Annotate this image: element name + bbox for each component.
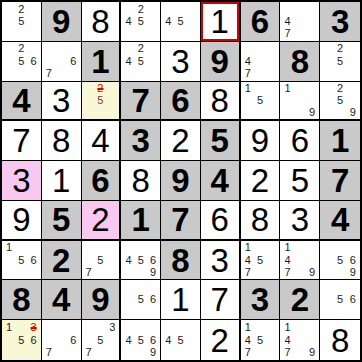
empty-candidate-slot [254, 55, 266, 67]
candidate-6: 6 [28, 334, 40, 347]
empty-candidate-slot [162, 321, 174, 334]
empty-candidate-slot [83, 321, 95, 334]
empty-candidate-slot [83, 242, 95, 254]
empty-candidate-slot [266, 254, 278, 266]
cell-r6c3[interactable]: 2 [82, 201, 122, 241]
cell-r2c6[interactable]: 9 [201, 42, 241, 82]
candidate-9: 9 [147, 266, 159, 278]
empty-candidate-slot [147, 321, 159, 334]
empty-candidate-slot [106, 266, 118, 278]
empty-candidate-slot [266, 94, 278, 106]
candidate-5: 5 [334, 55, 347, 67]
candidates-grid: 56 [121, 280, 160, 319]
empty-candidate-slot [346, 94, 359, 106]
empty-candidate-slot [106, 254, 118, 266]
solved-digit: 1 [171, 283, 189, 316]
candidates-grid: 4569 [121, 241, 160, 280]
cell-r3c4[interactable]: 7 [121, 82, 161, 122]
empty-candidate-slot [294, 106, 306, 118]
solved-digit: 8 [52, 124, 70, 157]
empty-candidate-slot [254, 83, 266, 95]
given-digit: 7 [331, 164, 349, 197]
empty-candidate-slot [174, 346, 186, 359]
cell-r5c7[interactable]: 2 [241, 161, 281, 201]
cell-r4c7[interactable]: 9 [241, 121, 281, 161]
cell-r2c3[interactable]: 1 [82, 42, 122, 82]
empty-candidate-slot [28, 266, 40, 278]
empty-candidate-slot [3, 28, 15, 40]
solved-digit: 1 [211, 5, 229, 38]
candidate-3: 3 [106, 321, 118, 334]
empty-candidate-slot [346, 242, 359, 254]
empty-candidate-slot [43, 334, 55, 347]
cell-r6c1[interactable]: 9 [2, 201, 42, 241]
empty-candidate-slot [346, 55, 359, 67]
cell-r8c3[interactable]: 9 [82, 280, 122, 320]
candidate-2: 2 [15, 3, 27, 15]
empty-candidate-slot [346, 67, 359, 79]
candidate-4: 4 [242, 254, 254, 266]
cell-r9c1[interactable]: 1356 [2, 320, 42, 360]
candidate-6: 6 [346, 254, 359, 266]
cell-r1c9[interactable]: 3 [320, 2, 360, 42]
cell-r6c6[interactable]: 6 [201, 201, 241, 241]
empty-candidate-slot [306, 3, 318, 15]
candidates-grid: 45 [161, 320, 200, 360]
empty-candidate-slot [122, 346, 134, 359]
cell-r9c3[interactable]: 357 [82, 320, 122, 360]
empty-candidate-slot [306, 321, 318, 334]
candidate-2: 2 [135, 43, 147, 55]
cell-r4c6[interactable]: 5 [201, 121, 241, 161]
empty-candidate-slot [306, 94, 318, 106]
candidates-grid: 67 [42, 320, 81, 360]
empty-candidate-slot [174, 3, 186, 15]
cell-r5c1[interactable]: 3 [2, 161, 42, 201]
empty-candidate-slot [306, 83, 318, 95]
candidate-4: 4 [162, 15, 174, 27]
cell-r6c8[interactable]: 3 [280, 201, 320, 241]
cell-r6c5[interactable]: 7 [161, 201, 201, 241]
empty-candidate-slot [266, 43, 278, 55]
cell-r9c9[interactable]: 8 [320, 320, 360, 360]
given-digit: 9 [91, 283, 109, 316]
candidate-2: 2 [135, 3, 147, 15]
cell-r3c7[interactable]: 15 [241, 82, 281, 122]
solved-digit: 1 [52, 164, 70, 197]
empty-candidate-slot [147, 28, 159, 40]
solved-digit: 6 [291, 124, 309, 157]
given-digit: 8 [171, 244, 189, 277]
given-digit: 2 [52, 244, 70, 277]
eliminated-candidate-3: 3 [28, 321, 40, 334]
candidate-1: 1 [281, 83, 293, 95]
candidate-5: 5 [135, 15, 147, 27]
cell-r1c2[interactable]: 9 [42, 2, 82, 42]
candidate-7: 7 [83, 346, 95, 359]
given-digit: 4 [331, 203, 349, 236]
empty-candidate-slot [147, 67, 159, 79]
candidate-1: 1 [3, 242, 15, 254]
empty-candidate-slot [3, 15, 15, 27]
empty-candidate-slot [122, 266, 134, 278]
empty-candidate-slot [294, 266, 306, 278]
empty-candidate-slot [346, 83, 359, 95]
empty-candidate-slot [3, 67, 15, 79]
candidate-7: 7 [83, 266, 95, 278]
given-digit: 3 [331, 5, 349, 38]
given-digit: 4 [211, 164, 229, 197]
cell-r1c8[interactable]: 47 [280, 2, 320, 42]
cell-r5c6[interactable]: 4 [201, 161, 241, 201]
empty-candidate-slot [321, 294, 334, 306]
candidate-1: 1 [242, 321, 254, 334]
candidate-4: 4 [242, 55, 254, 67]
candidate-6: 6 [67, 55, 79, 67]
given-digit: 1 [132, 203, 150, 236]
cell-r9c5[interactable]: 45 [161, 320, 201, 360]
empty-candidate-slot [294, 83, 306, 95]
cell-r2c8[interactable]: 8 [280, 42, 320, 82]
candidate-1: 1 [281, 321, 293, 334]
candidate-4: 4 [242, 334, 254, 347]
empty-candidate-slot [321, 242, 334, 254]
given-digit: 9 [52, 5, 70, 38]
candidate-7: 7 [281, 346, 293, 359]
candidates-grid: 19 [280, 82, 319, 120]
cell-r4c9[interactable]: 1 [320, 121, 360, 161]
candidates-grid: 1457 [241, 320, 280, 360]
cell-r3c8[interactable]: 19 [280, 82, 320, 122]
given-digit: 3 [132, 124, 150, 157]
cell-r7c6[interactable]: 3 [201, 241, 241, 281]
empty-candidate-slot [135, 242, 147, 254]
solved-digit: 3 [52, 84, 70, 117]
empty-candidate-slot [334, 242, 347, 254]
cell-r4c3[interactable]: 4 [82, 121, 122, 161]
empty-candidate-slot [3, 334, 15, 347]
empty-candidate-slot [106, 346, 118, 359]
hint-candidate-5: 5 [94, 94, 106, 106]
candidate-5: 5 [254, 254, 266, 266]
candidates-grid: 57 [82, 241, 120, 280]
candidates-grid: 1479 [280, 320, 319, 360]
empty-candidate-slot [187, 334, 199, 347]
solved-digit: 2 [171, 124, 189, 157]
cell-r1c3[interactable]: 8 [82, 2, 122, 42]
cell-r3c6[interactable]: 8 [201, 82, 241, 122]
empty-candidate-slot [321, 94, 334, 106]
candidate-6: 6 [28, 254, 40, 266]
empty-candidate-slot [306, 15, 318, 27]
cell-r7c7[interactable]: 1457 [241, 241, 281, 281]
empty-candidate-slot [321, 43, 334, 55]
empty-candidate-slot [294, 15, 306, 27]
empty-candidate-slot [174, 28, 186, 40]
solved-digit: 2 [251, 164, 269, 197]
cell-r1c5[interactable]: 45 [161, 2, 201, 42]
cell-r5c3[interactable]: 6 [82, 161, 122, 201]
empty-candidate-slot [15, 321, 27, 334]
empty-candidate-slot [266, 55, 278, 67]
empty-candidate-slot [242, 94, 254, 106]
solved-digit: 8 [331, 324, 349, 357]
cell-r4c8[interactable]: 6 [280, 121, 320, 161]
candidate-7: 7 [242, 346, 254, 359]
empty-candidate-slot [321, 306, 334, 318]
empty-candidate-slot [346, 281, 359, 293]
empty-candidate-slot [106, 106, 118, 118]
cell-r9c2[interactable]: 67 [42, 320, 82, 360]
empty-candidate-slot [67, 321, 79, 334]
candidate-6: 6 [346, 294, 359, 306]
empty-candidate-slot [174, 321, 186, 334]
candidate-1: 1 [242, 83, 254, 95]
empty-candidate-slot [122, 242, 134, 254]
cell-r4c1[interactable]: 7 [2, 121, 42, 161]
cell-r8c6[interactable]: 7 [201, 280, 241, 320]
given-digit: 5 [211, 124, 229, 157]
candidate-7: 7 [242, 266, 254, 278]
cell-r6c9[interactable]: 4 [320, 201, 360, 241]
solved-digit: 3 [171, 45, 189, 78]
given-digit: 5 [52, 203, 70, 236]
solved-digit: 6 [211, 203, 229, 236]
solved-digit: 7 [12, 124, 30, 157]
empty-candidate-slot [321, 55, 334, 67]
candidates-grid: 25 [2, 2, 41, 41]
empty-candidate-slot [3, 43, 15, 55]
empty-candidate-slot [28, 242, 40, 254]
cell-r9c4[interactable]: 4569 [121, 320, 161, 360]
empty-candidate-slot [83, 254, 95, 266]
cell-r8c2[interactable]: 4 [42, 280, 82, 320]
empty-candidate-slot [334, 266, 347, 278]
candidate-7: 7 [43, 67, 55, 79]
empty-candidate-slot [28, 28, 40, 40]
empty-candidate-slot [122, 321, 134, 334]
given-digit: 7 [171, 203, 189, 236]
candidate-5: 5 [174, 334, 186, 347]
cell-r7c5[interactable]: 8 [161, 241, 201, 281]
given-digit: 9 [171, 164, 189, 197]
empty-candidate-slot [254, 242, 266, 254]
candidate-2: 2 [334, 83, 347, 95]
empty-candidate-slot [266, 321, 278, 334]
given-digit: 9 [211, 45, 229, 78]
candidate-5: 5 [334, 254, 347, 266]
candidates-grid: 1457 [241, 241, 280, 280]
given-digit: 4 [52, 283, 70, 316]
cell-r1c1[interactable]: 25 [2, 2, 42, 42]
empty-candidate-slot [266, 106, 278, 118]
cell-r3c9[interactable]: 259 [320, 82, 360, 122]
empty-candidate-slot [242, 43, 254, 55]
empty-candidate-slot [135, 321, 147, 334]
cell-r7c4[interactable]: 4569 [121, 241, 161, 281]
empty-candidate-slot [266, 334, 278, 347]
cell-r3c3[interactable]: 25 [82, 82, 122, 122]
empty-candidate-slot [334, 106, 347, 118]
empty-candidate-slot [94, 266, 106, 278]
empty-candidate-slot [94, 106, 106, 118]
candidate-9: 9 [147, 346, 159, 359]
solved-digit: 8 [211, 84, 229, 117]
empty-candidate-slot [294, 28, 306, 40]
cell-r8c9[interactable]: 56 [320, 280, 360, 320]
candidate-4: 4 [162, 334, 174, 347]
candidate-4: 4 [122, 254, 134, 266]
empty-candidate-slot [254, 43, 266, 55]
solved-digit: 4 [91, 124, 109, 157]
cell-r7c8[interactable]: 1479 [280, 241, 320, 281]
candidates-grid: 25 [82, 82, 120, 120]
candidate-5: 5 [135, 55, 147, 67]
empty-candidate-slot [266, 67, 278, 79]
empty-candidate-slot [162, 346, 174, 359]
given-digit: 6 [251, 5, 269, 38]
empty-candidate-slot [281, 3, 293, 15]
cell-r5c2[interactable]: 1 [42, 161, 82, 201]
cell-r1c4[interactable]: 245 [121, 2, 161, 42]
cell-r7c1[interactable]: 156 [2, 241, 42, 281]
empty-candidate-slot [122, 294, 134, 306]
empty-candidate-slot [83, 94, 95, 106]
empty-candidate-slot [55, 321, 67, 334]
empty-candidate-slot [28, 67, 40, 79]
cell-r3c2[interactable]: 3 [42, 82, 82, 122]
solved-digit: 9 [12, 203, 30, 236]
candidate-2: 2 [334, 43, 347, 55]
empty-candidate-slot [254, 106, 266, 118]
empty-candidate-slot [3, 55, 15, 67]
cell-r7c2[interactable]: 2 [42, 241, 82, 281]
solved-digit: 2 [211, 324, 229, 357]
sudoku-board: 2598245451647325667124539478254325768151… [0, 0, 362, 362]
solved-digit: 8 [132, 164, 150, 197]
cell-r5c4[interactable]: 8 [121, 161, 161, 201]
cell-r5c5[interactable]: 9 [161, 161, 201, 201]
candidates-grid: 45 [161, 2, 200, 41]
candidates-grid: 357 [82, 320, 120, 360]
empty-candidate-slot [294, 334, 306, 347]
cell-r5c9[interactable]: 7 [320, 161, 360, 201]
cell-r2c9[interactable]: 25 [320, 42, 360, 82]
cell-r2c5[interactable]: 3 [161, 42, 201, 82]
candidate-6: 6 [67, 334, 79, 347]
empty-candidate-slot [187, 15, 199, 27]
cell-r8c7[interactable]: 3 [241, 280, 281, 320]
empty-candidate-slot [306, 334, 318, 347]
empty-candidate-slot [135, 306, 147, 318]
candidates-grid: 15 [241, 82, 280, 120]
candidate-7: 7 [281, 28, 293, 40]
cell-r4c2[interactable]: 8 [42, 121, 82, 161]
cell-r6c4[interactable]: 1 [121, 201, 161, 241]
candidate-9: 9 [346, 106, 359, 118]
empty-candidate-slot [187, 346, 199, 359]
empty-candidate-slot [254, 346, 266, 359]
solved-digit: 3 [12, 164, 30, 197]
cell-r7c9[interactable]: 569 [320, 241, 360, 281]
cell-r6c2[interactable]: 5 [42, 201, 82, 241]
empty-candidate-slot [147, 306, 159, 318]
given-digit: 6 [91, 164, 109, 197]
cell-r6c7[interactable]: 8 [241, 201, 281, 241]
empty-candidate-slot [122, 43, 134, 55]
cell-r8c5[interactable]: 1 [161, 280, 201, 320]
empty-candidate-slot [187, 28, 199, 40]
empty-candidate-slot [55, 334, 67, 347]
empty-candidate-slot [321, 254, 334, 266]
candidate-5: 5 [15, 15, 27, 27]
empty-candidate-slot [187, 3, 199, 15]
given-digit: 1 [331, 124, 349, 157]
empty-candidate-slot [135, 346, 147, 359]
empty-candidate-slot [15, 346, 27, 359]
cell-r9c8[interactable]: 1479 [280, 320, 320, 360]
empty-candidate-slot [55, 346, 67, 359]
candidate-5: 5 [254, 94, 266, 106]
empty-candidate-slot [321, 83, 334, 95]
empty-candidate-slot [135, 67, 147, 79]
cell-r3c5[interactable]: 6 [161, 82, 201, 122]
cell-r4c5[interactable]: 2 [161, 121, 201, 161]
candidates-grid: 25 [320, 42, 360, 81]
candidates-grid: 67 [42, 42, 81, 81]
candidate-7: 7 [43, 346, 55, 359]
candidates-grid: 259 [320, 82, 360, 120]
cell-r9c6[interactable]: 2 [201, 320, 241, 360]
cell-r3c1[interactable]: 4 [2, 82, 42, 122]
empty-candidate-slot [334, 306, 347, 318]
cell-r9c7[interactable]: 1457 [241, 320, 281, 360]
cell-r5c8[interactable]: 5 [280, 161, 320, 201]
candidates-grid: 245 [121, 2, 160, 41]
candidate-4: 4 [281, 334, 293, 347]
candidate-9: 9 [306, 346, 318, 359]
cell-r2c1[interactable]: 256 [2, 42, 42, 82]
empty-candidate-slot [43, 55, 55, 67]
cell-r8c8[interactable]: 2 [280, 280, 320, 320]
cell-r8c1[interactable]: 8 [2, 280, 42, 320]
empty-candidate-slot [43, 321, 55, 334]
cell-r7c3[interactable]: 57 [82, 241, 122, 281]
candidate-5: 5 [15, 254, 27, 266]
empty-candidate-slot [147, 3, 159, 15]
cell-r1c6-selected[interactable]: 1 [201, 2, 241, 42]
cell-r8c4[interactable]: 56 [121, 280, 161, 320]
solved-digit: 8 [91, 5, 109, 38]
empty-candidate-slot [346, 43, 359, 55]
cell-r2c4[interactable]: 245 [121, 42, 161, 82]
empty-candidate-slot [266, 346, 278, 359]
cell-r1c7[interactable]: 6 [241, 2, 281, 42]
cell-r4c4[interactable]: 3 [121, 121, 161, 161]
candidate-9: 9 [306, 106, 318, 118]
cell-r2c2[interactable]: 67 [42, 42, 82, 82]
empty-candidate-slot [43, 43, 55, 55]
candidate-1: 1 [242, 242, 254, 254]
candidates-grid: 1479 [280, 241, 319, 280]
empty-candidate-slot [334, 67, 347, 79]
empty-candidate-slot [55, 55, 67, 67]
candidates-grid: 47 [280, 2, 319, 41]
cell-r2c7[interactable]: 47 [241, 42, 281, 82]
candidates-grid: 245 [121, 42, 160, 81]
empty-candidate-slot [3, 346, 15, 359]
empty-candidate-slot [122, 281, 134, 293]
